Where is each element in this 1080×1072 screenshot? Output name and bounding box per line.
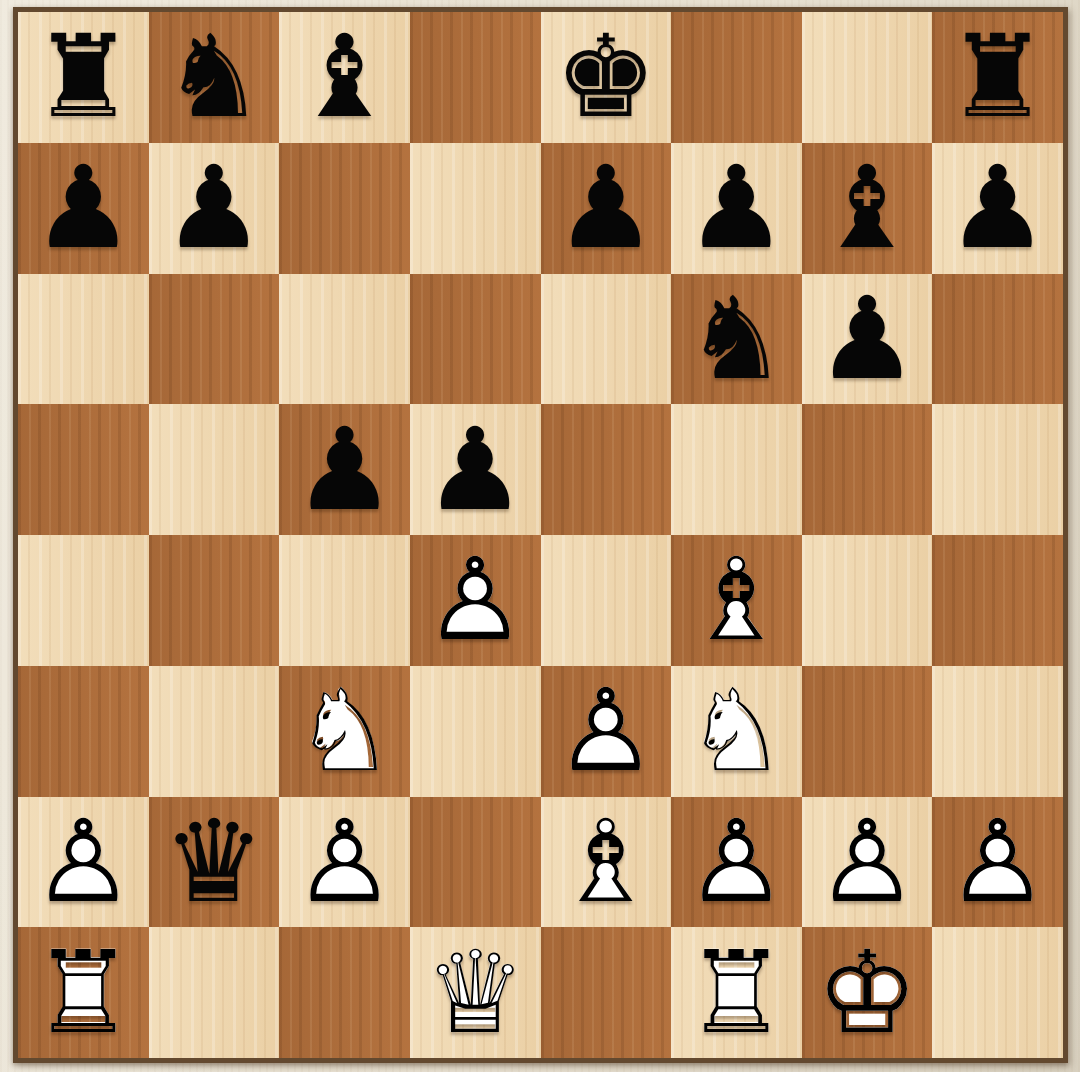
piece-white-knight-f3[interactable]: ♞♘ [671,666,802,797]
square-f2[interactable]: ♟♙ [671,797,802,928]
square-g2[interactable]: ♟♙ [802,797,933,928]
square-b7[interactable]: ♟ [149,143,280,274]
black-queen-icon: ♛ [149,797,280,928]
square-b5[interactable] [149,404,280,535]
square-e7[interactable]: ♟ [541,143,672,274]
white-king-outline-icon: ♔ [802,927,933,1058]
square-d4[interactable]: ♟♙ [410,535,541,666]
square-e8[interactable]: ♚ [541,12,672,143]
square-b8[interactable]: ♞ [149,12,280,143]
piece-white-knight-c3[interactable]: ♞♘ [279,666,410,797]
piece-black-pawn-c5[interactable]: ♟ [279,404,410,535]
square-h6[interactable] [932,274,1063,405]
piece-white-pawn-a2[interactable]: ♟♙ [18,797,149,928]
square-e3[interactable]: ♟♙ [541,666,672,797]
square-g8[interactable] [802,12,933,143]
square-d3[interactable] [410,666,541,797]
piece-black-pawn-g6[interactable]: ♟ [802,274,933,405]
black-bishop-icon: ♝ [279,12,410,143]
black-knight-icon: ♞ [671,274,802,405]
white-rook-outline-icon: ♖ [671,927,802,1058]
black-knight-icon: ♞ [149,12,280,143]
square-g6[interactable]: ♟ [802,274,933,405]
black-rook-icon: ♜ [18,12,149,143]
piece-white-pawn-d4[interactable]: ♟♙ [410,535,541,666]
piece-white-pawn-g2[interactable]: ♟♙ [802,797,933,928]
square-f3[interactable]: ♞♘ [671,666,802,797]
black-pawn-icon: ♟ [932,143,1063,274]
square-e6[interactable] [541,274,672,405]
square-c2[interactable]: ♟♙ [279,797,410,928]
square-f1[interactable]: ♜♖ [671,927,802,1058]
piece-white-king-g1[interactable]: ♚♔ [802,927,933,1058]
black-pawn-icon: ♟ [671,143,802,274]
square-f7[interactable]: ♟ [671,143,802,274]
piece-white-bishop-f4[interactable]: ♝♗ [671,535,802,666]
white-pawn-outline-icon: ♙ [802,797,933,928]
square-h3[interactable] [932,666,1063,797]
black-bishop-icon: ♝ [802,143,933,274]
piece-black-pawn-e7[interactable]: ♟ [541,143,672,274]
black-pawn-icon: ♟ [802,274,933,405]
square-e4[interactable] [541,535,672,666]
square-h8[interactable]: ♜ [932,12,1063,143]
square-a6[interactable] [18,274,149,405]
piece-black-bishop-g7[interactable]: ♝ [802,143,933,274]
piece-white-pawn-e3[interactable]: ♟♙ [541,666,672,797]
square-e1[interactable] [541,927,672,1058]
square-c5[interactable]: ♟ [279,404,410,535]
square-h1[interactable] [932,927,1063,1058]
black-pawn-icon: ♟ [149,143,280,274]
board-grid: ♜♞♝♚♜♟♟♟♟♝♟♞♟♟♟♟♙♝♗♞♘♟♙♞♘♟♙♛♟♙♝♗♟♙♟♙♟♙♜♖… [18,12,1063,1058]
piece-black-rook-a8[interactable]: ♜ [18,12,149,143]
piece-black-rook-h8[interactable]: ♜ [932,12,1063,143]
square-a2[interactable]: ♟♙ [18,797,149,928]
square-e2[interactable]: ♝♗ [541,797,672,928]
square-g7[interactable]: ♝ [802,143,933,274]
square-c7[interactable] [279,143,410,274]
square-d6[interactable] [410,274,541,405]
square-d8[interactable] [410,12,541,143]
square-g1[interactable]: ♚♔ [802,927,933,1058]
square-f5[interactable] [671,404,802,535]
square-f6[interactable]: ♞ [671,274,802,405]
square-d2[interactable] [410,797,541,928]
piece-white-pawn-c2[interactable]: ♟♙ [279,797,410,928]
piece-white-rook-a1[interactable]: ♜♖ [18,927,149,1058]
black-pawn-icon: ♟ [541,143,672,274]
square-b3[interactable] [149,666,280,797]
square-c4[interactable] [279,535,410,666]
white-pawn-outline-icon: ♙ [18,797,149,928]
piece-black-queen-b2[interactable]: ♛ [149,797,280,928]
square-a5[interactable] [18,404,149,535]
black-king-icon: ♚ [541,12,672,143]
piece-black-pawn-d5[interactable]: ♟ [410,404,541,535]
white-pawn-outline-icon: ♙ [410,535,541,666]
square-d7[interactable] [410,143,541,274]
square-a3[interactable] [18,666,149,797]
chess-board: ♜♞♝♚♜♟♟♟♟♝♟♞♟♟♟♟♙♝♗♞♘♟♙♞♘♟♙♛♟♙♝♗♟♙♟♙♟♙♜♖… [13,7,1068,1063]
white-pawn-outline-icon: ♙ [541,666,672,797]
white-pawn-outline-icon: ♙ [671,797,802,928]
square-h2[interactable]: ♟♙ [932,797,1063,928]
piece-black-pawn-h7[interactable]: ♟ [932,143,1063,274]
piece-black-bishop-c8[interactable]: ♝ [279,12,410,143]
piece-white-pawn-f2[interactable]: ♟♙ [671,797,802,928]
piece-white-rook-f1[interactable]: ♜♖ [671,927,802,1058]
white-pawn-outline-icon: ♙ [279,797,410,928]
square-c6[interactable] [279,274,410,405]
white-bishop-outline-icon: ♗ [671,535,802,666]
piece-black-pawn-f7[interactable]: ♟ [671,143,802,274]
piece-white-pawn-h2[interactable]: ♟♙ [932,797,1063,928]
square-a7[interactable]: ♟ [18,143,149,274]
square-e5[interactable] [541,404,672,535]
square-h7[interactable]: ♟ [932,143,1063,274]
piece-white-queen-d1[interactable]: ♛♕ [410,927,541,1058]
white-knight-outline-icon: ♘ [671,666,802,797]
square-c1[interactable] [279,927,410,1058]
piece-black-knight-f6[interactable]: ♞ [671,274,802,405]
square-b2[interactable]: ♛ [149,797,280,928]
square-d5[interactable]: ♟ [410,404,541,535]
white-bishop-outline-icon: ♗ [541,797,672,928]
square-f8[interactable] [671,12,802,143]
white-knight-outline-icon: ♘ [279,666,410,797]
square-a8[interactable]: ♜ [18,12,149,143]
square-h4[interactable] [932,535,1063,666]
black-pawn-icon: ♟ [410,404,541,535]
piece-black-pawn-a7[interactable]: ♟ [18,143,149,274]
square-b1[interactable] [149,927,280,1058]
white-pawn-outline-icon: ♙ [932,797,1063,928]
square-c3[interactable]: ♞♘ [279,666,410,797]
white-rook-outline-icon: ♖ [18,927,149,1058]
piece-black-king-e8[interactable]: ♚ [541,12,672,143]
square-d1[interactable]: ♛♕ [410,927,541,1058]
white-queen-outline-icon: ♕ [410,927,541,1058]
square-f4[interactable]: ♝♗ [671,535,802,666]
piece-black-knight-b8[interactable]: ♞ [149,12,280,143]
black-pawn-icon: ♟ [18,143,149,274]
square-g3[interactable] [802,666,933,797]
square-g5[interactable] [802,404,933,535]
square-b6[interactable] [149,274,280,405]
square-g4[interactable] [802,535,933,666]
square-b4[interactable] [149,535,280,666]
square-h5[interactable] [932,404,1063,535]
black-rook-icon: ♜ [932,12,1063,143]
square-c8[interactable]: ♝ [279,12,410,143]
square-a1[interactable]: ♜♖ [18,927,149,1058]
piece-black-pawn-b7[interactable]: ♟ [149,143,280,274]
piece-white-bishop-e2[interactable]: ♝♗ [541,797,672,928]
square-a4[interactable] [18,535,149,666]
black-pawn-icon: ♟ [279,404,410,535]
